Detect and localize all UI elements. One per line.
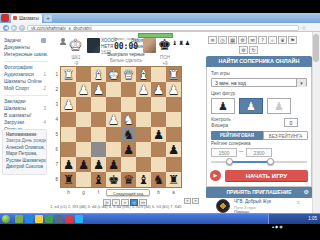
black-bishop: ♝ <box>93 172 104 187</box>
bookmark-icon[interactable]: ☆ <box>301 24 306 31</box>
tray-icons[interactable]: ▴ ◆ ◉ <box>272 224 283 229</box>
square-b5[interactable]: ♟ <box>151 127 166 142</box>
square-b4[interactable] <box>151 112 166 127</box>
square-c5[interactable] <box>136 127 151 142</box>
square-b6[interactable] <box>151 142 166 157</box>
black-pawn: ♟ <box>153 127 164 142</box>
rank-label: 7 <box>52 157 58 172</box>
color-white-option[interactable]: ♟ <box>239 98 263 114</box>
move-list: 1. e4 (c5) 2. Кf3 (d6) 3. d4 (c:d4) 4. К… <box>50 204 182 209</box>
slider-handle-max[interactable] <box>267 158 274 165</box>
square-e4[interactable]: ♟ <box>106 112 121 127</box>
square-a4[interactable] <box>166 112 181 127</box>
square-f2[interactable]: ♟ <box>91 82 106 97</box>
start-button[interactable] <box>2 215 10 223</box>
sidebar-item-label: Шахматы <box>4 105 26 111</box>
sidebar-item-label: В шахматы! <box>4 112 31 118</box>
square-d6[interactable]: ♟ <box>121 142 136 157</box>
video-menu-icon[interactable]: ≡ <box>297 199 300 205</box>
sidebar-badge: 1 <box>43 71 46 78</box>
rated-button[interactable]: РЕЙТИНГОВАЯ <box>211 131 263 140</box>
sidebar-item[interactable]: Задачи <box>4 37 48 44</box>
square-c6[interactable] <box>136 142 151 157</box>
sidebar-nav: ЗадачиДокументыИнтересные шахм.Фотографи… <box>4 37 48 133</box>
captured-pieces: ♝♜♟ <box>172 39 191 46</box>
square-d4[interactable]: ♞ <box>121 112 136 127</box>
pieces-icon[interactable]: ♛ <box>278 36 287 44</box>
panel-subicons: ⚙↻ <box>239 46 258 54</box>
tray-clock[interactable]: 1:05 <box>308 214 317 224</box>
white-pawn: ♟ <box>63 97 74 112</box>
app-opera[interactable] <box>65 215 73 223</box>
captured-piece-icon: ♟ <box>185 39 191 46</box>
back-icon[interactable]: ◀ <box>3 25 9 31</box>
chevron-down-icon: ▾ <box>296 79 306 87</box>
square-e5[interactable] <box>106 127 121 142</box>
white-pawn: ♟ <box>108 112 119 127</box>
board-squares: ♜♝♚♛♝♜♟♟♟♟♟♟♟♞♞♟♟♟♟♟♟♟♜♝♚♛♝♞♜ <box>60 66 182 188</box>
browser-menu-icon[interactable] <box>1 14 9 22</box>
sidebar-item[interactable]: Фотографии <box>4 64 48 71</box>
sidebar-badge: 4 <box>43 119 46 126</box>
sidebar-item-label: Шахматы Online <box>4 78 42 84</box>
square-e1[interactable]: ♚ <box>106 67 121 82</box>
white-pawn: ♟ <box>93 82 104 97</box>
clock-icon[interactable]: ◷ <box>218 36 227 44</box>
apps-grid-icon[interactable] <box>41 38 46 43</box>
menu-icon[interactable]: ≡ <box>208 36 217 44</box>
square-e8[interactable]: ♚ <box>106 172 121 187</box>
app-chess[interactable] <box>45 215 53 223</box>
piece-color-label: Цвет фигур <box>211 91 235 97</box>
panel-toolbar: ≡◷▦⚙✉?⌕♛⚑ <box>208 36 297 44</box>
square-b7[interactable] <box>151 157 166 172</box>
square-c2[interactable]: ♟ <box>136 82 151 97</box>
new-tab-button[interactable]: + <box>44 15 52 22</box>
white-rook: ♜ <box>63 67 74 82</box>
rank-label: 1 <box>52 67 58 82</box>
square-g7[interactable]: ♟ <box>76 157 91 172</box>
sidebar-item-label: Загрузки <box>4 119 24 125</box>
start-game-button[interactable]: НАЧАТЬ ИГРУ <box>225 170 308 182</box>
system-tray: ▴ ◆ ◉ 1:05 <box>268 214 320 224</box>
sidebar-item-label: Задачи <box>4 37 21 43</box>
square-a1[interactable]: ♜ <box>166 67 181 82</box>
sidebar-badge: 2 <box>43 85 46 92</box>
black-king-avatar-icon: ♚ <box>158 37 171 53</box>
game-type-value: 3 мин. на ход <box>215 79 246 87</box>
square-d5[interactable]: ♞ <box>121 127 136 142</box>
slider-handle-min[interactable] <box>226 158 233 165</box>
square-f4[interactable] <box>91 112 106 127</box>
piece-color-icon: ♟ <box>218 100 228 113</box>
square-a7[interactable] <box>166 157 181 172</box>
file-label: f <box>91 189 106 196</box>
sidebar-item-label: Документы <box>4 44 30 50</box>
rank-label: 4 <box>52 112 58 127</box>
white-pawn: ♟ <box>78 82 89 97</box>
square-g2[interactable]: ♟ <box>76 82 91 97</box>
square-d2[interactable] <box>121 82 136 97</box>
black-queen: ♛ <box>123 172 134 187</box>
sidebar-item[interactable]: В шахматы! <box>4 112 48 119</box>
sidebar-item[interactable]: Шахматы Online <box>4 78 48 85</box>
video-avatar[interactable] <box>216 199 230 213</box>
move-tooltip: Следующий ход <box>106 189 150 196</box>
square-h8[interactable]: ♜ <box>61 172 76 187</box>
forward-icon[interactable]: ▶ <box>11 25 17 31</box>
sidebar-item-label: Аудиозаписи <box>4 71 34 77</box>
sidebar-item-label: Закладки <box>4 98 26 104</box>
square-d1[interactable]: ♛ <box>121 67 136 82</box>
black-pawn: ♟ <box>123 142 134 157</box>
unrated-button[interactable]: БЕЗ РЕЙТИНГА <box>263 131 308 140</box>
square-b8[interactable]: ♞ <box>151 172 166 187</box>
square-e3[interactable] <box>106 97 121 112</box>
birthday-reminder-box: Напоминание Завтра День рожденияАлексей … <box>2 129 47 175</box>
rating-max-input[interactable]: 2300 <box>246 148 272 157</box>
tab-favicon <box>13 16 17 20</box>
square-h7[interactable]: ♟ <box>61 157 76 172</box>
square-g3[interactable] <box>76 97 91 112</box>
sidebar-item[interactable]: Документы <box>4 44 48 51</box>
square-b3[interactable] <box>151 97 166 112</box>
reload-icon[interactable]: ⟳ <box>19 25 25 31</box>
white-queen: ♛ <box>123 67 134 82</box>
square-f7[interactable]: ♟ <box>91 157 106 172</box>
square-g4[interactable] <box>76 112 91 127</box>
rating-min-input[interactable]: 1500 <box>211 148 237 157</box>
black-rook: ♜ <box>63 172 74 187</box>
mail-icon[interactable]: ✉ <box>248 36 257 44</box>
game-type-select[interactable]: 3 мин. на ход ▾ <box>211 78 307 87</box>
sidebar-divider <box>4 92 48 96</box>
square-h3[interactable]: ♟ <box>61 97 76 112</box>
black-pawn: ♟ <box>168 142 179 157</box>
square-h4[interactable] <box>61 112 76 127</box>
color-random-option[interactable]: ♟ <box>267 98 291 114</box>
square-f8[interactable]: ♝ <box>91 172 106 187</box>
square-c8[interactable]: ♝ <box>136 172 151 187</box>
app-explorer[interactable] <box>25 215 33 223</box>
accept-invite-label: ПРИНЯТЬ ПРИГЛАШЕНИЕ <box>226 189 291 195</box>
app-skype[interactable] <box>75 215 83 223</box>
rating-slider-range <box>229 161 271 163</box>
taskbar-apps <box>15 215 83 223</box>
square-e7[interactable]: ♟ <box>106 157 121 172</box>
white-pawn: ♟ <box>138 82 149 97</box>
accept-invite-button[interactable]: ПРИНЯТЬ ПРИГЛАШЕНИЕ ⚙ <box>206 187 312 198</box>
help-icon[interactable]: ? <box>258 36 267 44</box>
square-g1[interactable] <box>76 67 91 82</box>
black-player-avatar[interactable] <box>143 38 156 53</box>
sidebar-divider <box>4 58 48 62</box>
opponent-rating-label: Рейтинг соперника <box>211 141 251 147</box>
quick-play-icon[interactable]: ▶ <box>210 170 221 181</box>
birthday-link[interactable]: Дмитрий Соколов <box>6 164 46 171</box>
sidebar-item[interactable]: Аудиозаписи1 <box>4 71 48 78</box>
sidebar-item-label: Мой Спорт <box>4 85 29 91</box>
square-h6[interactable] <box>61 142 76 157</box>
square-a5[interactable] <box>166 127 181 142</box>
page-prev-button[interactable]: < <box>184 198 191 204</box>
square-h2[interactable] <box>61 82 76 97</box>
white-bishop: ♝ <box>93 67 104 82</box>
square-b1[interactable] <box>151 67 166 82</box>
url-field[interactable]: vk.com/shahmaty_s_druzyami <box>27 25 299 31</box>
square-g8[interactable] <box>76 172 91 187</box>
sidebar-item[interactable]: Загрузки4 <box>4 119 48 126</box>
rank-label: 2 <box>52 82 58 97</box>
square-a8[interactable]: ♜ <box>166 172 181 187</box>
app-dark[interactable] <box>55 215 63 223</box>
white-bishop: ♝ <box>138 67 149 82</box>
sidebar-item-label: Фотографии <box>4 64 33 70</box>
game-type-label: Тип игры <box>211 71 230 77</box>
square-d7[interactable] <box>121 157 136 172</box>
tab-title: Шахматы с друзьями <box>19 15 40 22</box>
square-d3[interactable] <box>121 97 136 112</box>
black-pawn: ♟ <box>108 157 119 172</box>
black-pawn: ♟ <box>93 157 104 172</box>
gear-icon: ⚙ <box>304 187 309 198</box>
black-rook: ♜ <box>168 172 179 187</box>
square-e2[interactable] <box>106 82 121 97</box>
square-d8[interactable]: ♛ <box>121 172 136 187</box>
piece-color-icon: ♟ <box>246 100 256 113</box>
search-icon[interactable]: ⌕ <box>268 36 277 44</box>
square-h1[interactable]: ♜ <box>61 67 76 82</box>
settings-icon[interactable]: ⚙ <box>238 36 247 44</box>
rating-dash: — <box>239 149 244 155</box>
file-label: a <box>166 189 181 196</box>
square-f6[interactable] <box>91 142 106 157</box>
white-player-avatar[interactable] <box>87 38 100 53</box>
color-black-option[interactable]: ♟ <box>211 98 235 114</box>
person-icon <box>60 38 66 45</box>
white-pawn: ♟ <box>168 82 179 97</box>
black-pawn: ♟ <box>63 157 74 172</box>
progress-bar <box>138 33 173 38</box>
rank-label: 5 <box>52 127 58 142</box>
app-green[interactable] <box>15 215 23 223</box>
screen: Шахматы с друзьями + ◀ ▶ ⟳ vk.com/shahma… <box>0 0 320 240</box>
square-a3[interactable] <box>166 97 181 112</box>
square-f1[interactable]: ♝ <box>91 67 106 82</box>
reminder-text: Завтра День рождения <box>6 138 46 145</box>
sidebar-item[interactable]: Закладки <box>4 98 48 105</box>
black-pawn: ♟ <box>78 157 89 172</box>
black-king: ♚ <box>108 172 119 187</box>
sidebar-item[interactable]: Шахматы3 <box>4 105 48 112</box>
file-label: b <box>151 189 166 196</box>
black-knight: ♞ <box>153 172 164 187</box>
piece-color-icon: ♟ <box>274 100 284 113</box>
white-king-avatar-icon: ♚ <box>69 37 82 53</box>
white-knight: ♞ <box>123 112 134 127</box>
white-pawn: ♟ <box>153 82 164 97</box>
square-b2[interactable]: ♟ <box>151 82 166 97</box>
square-c4[interactable] <box>136 112 151 127</box>
black-bishop: ♝ <box>138 172 149 187</box>
game-status-2: Белые сдались <box>104 58 148 64</box>
square-f5[interactable] <box>91 127 106 142</box>
white-rook: ♜ <box>168 67 179 82</box>
scrollbar-thumb[interactable] <box>313 34 319 62</box>
rank-label: 3 <box>52 97 58 112</box>
video-title-link[interactable]: ЧГВ. Добрый Жук <box>234 199 271 204</box>
flag-icon[interactable]: ⚑ <box>288 36 297 44</box>
square-c7[interactable] <box>136 157 151 172</box>
square-c3[interactable] <box>136 97 151 112</box>
square-e6[interactable] <box>106 142 121 157</box>
gear-icon[interactable]: ⚙ <box>239 46 248 54</box>
black-knight: ♞ <box>123 127 134 142</box>
square-f3[interactable] <box>91 97 106 112</box>
app-folder[interactable] <box>35 215 43 223</box>
fischer-label: Контроль Фишера <box>211 117 245 129</box>
square-a6[interactable]: ♟ <box>166 142 181 157</box>
board-icon[interactable]: ▦ <box>228 36 237 44</box>
fischer-input[interactable]: 0 <box>284 118 298 127</box>
sidebar-badge: 3 <box>43 105 46 112</box>
refresh-icon[interactable]: ↻ <box>249 46 258 54</box>
square-g5[interactable] <box>76 127 91 142</box>
square-g6[interactable] <box>76 142 91 157</box>
sidebar-item-label: Интересные шахм. <box>4 51 48 57</box>
square-c1[interactable]: ♝ <box>136 67 151 82</box>
rank-label: 8 <box>52 172 58 187</box>
square-h5[interactable] <box>61 127 76 142</box>
square-a2[interactable]: ♟ <box>166 82 181 97</box>
file-label: h <box>61 189 76 196</box>
page-next-button[interactable]: > <box>192 198 199 204</box>
white-king: ♚ <box>108 67 119 82</box>
sidebar-item[interactable]: Интересные шахм. <box>4 51 48 58</box>
find-opponent-header: НАЙТИ СОПЕРНИКА ОНЛАЙН <box>206 56 312 67</box>
sidebar-item[interactable]: Мой Спорт2 <box>4 85 48 92</box>
rank-label: 6 <box>52 142 58 157</box>
rank-labels: 12345678 <box>52 67 58 187</box>
file-label: g <box>76 189 91 196</box>
